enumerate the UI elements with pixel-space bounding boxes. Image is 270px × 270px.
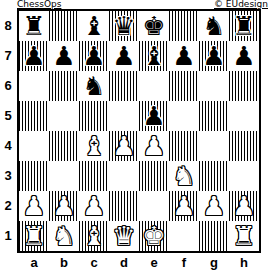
square-g7: ♟ [199,41,229,71]
square-f6 [169,71,199,101]
header: ChessOps © EUdesign [17,0,268,9]
file-label-a: a [19,256,49,270]
square-f8 [169,11,199,41]
square-h1: ♜ [229,221,259,251]
square-e5: ♟ [139,101,169,131]
chess-board: ♜♝♛♚♞♜♟♟♟♟♝♟♟♟♞♟♝♟♟♞♟♟♟♟♟♟♜♞♝♛♚♜ [17,9,261,253]
rank-label-7: 7 [0,41,16,71]
square-a6 [19,71,49,101]
piece-black-knight-c6: ♞ [79,71,109,101]
piece-white-knight-f3: ♞ [169,161,199,191]
square-d5 [109,101,139,131]
square-h8: ♜ [229,11,259,41]
square-b6 [49,71,79,101]
eudesign-credit-link[interactable]: © EUdesign [214,0,268,9]
square-a3 [19,161,49,191]
file-label-h: h [229,256,259,270]
square-d2 [109,191,139,221]
square-g1 [199,221,229,251]
piece-black-pawn-h7: ♟ [229,41,259,71]
square-f3: ♞ [169,161,199,191]
square-c8: ♝ [79,11,109,41]
piece-white-queen-d1: ♛ [109,221,139,251]
square-d6 [109,71,139,101]
square-e1: ♚ [139,221,169,251]
square-d8: ♛ [109,11,139,41]
square-c5 [79,101,109,131]
square-g4 [199,131,229,161]
piece-white-pawn-f2: ♟ [169,191,199,221]
piece-black-bishop-e7: ♝ [139,41,169,71]
square-c1: ♝ [79,221,109,251]
piece-black-king-e8: ♚ [139,11,169,41]
square-a1: ♜ [19,221,49,251]
piece-black-queen-d8: ♛ [109,11,139,41]
square-b4 [49,131,79,161]
square-f1 [169,221,199,251]
square-b7: ♟ [49,41,79,71]
piece-black-bishop-c8: ♝ [79,11,109,41]
square-c6: ♞ [79,71,109,101]
piece-white-king-e1: ♚ [139,221,169,251]
rank-label-4: 4 [0,131,16,161]
square-a7: ♟ [19,41,49,71]
square-g3 [199,161,229,191]
file-label-c: c [79,256,109,270]
file-labels: abcdefgh [19,256,259,270]
square-e7: ♝ [139,41,169,71]
square-e2 [139,191,169,221]
square-h7: ♟ [229,41,259,71]
rank-label-2: 2 [0,191,16,221]
square-a2: ♟ [19,191,49,221]
piece-black-pawn-d7: ♟ [109,41,139,71]
rank-label-1: 1 [0,221,16,251]
square-d3 [109,161,139,191]
square-h4 [229,131,259,161]
piece-black-pawn-e5: ♟ [139,101,169,131]
rank-label-5: 5 [0,101,16,131]
rank-labels: 87654321 [0,11,16,251]
square-g6 [199,71,229,101]
square-c7: ♟ [79,41,109,71]
piece-black-rook-a8: ♜ [19,11,49,41]
square-f4 [169,131,199,161]
square-e8: ♚ [139,11,169,41]
square-c4: ♝ [79,131,109,161]
file-label-f: f [169,256,199,270]
piece-white-pawn-a2: ♟ [19,191,49,221]
square-g8: ♞ [199,11,229,41]
square-h3 [229,161,259,191]
square-d4: ♟ [109,131,139,161]
piece-black-pawn-b7: ♟ [49,41,79,71]
square-b2: ♟ [49,191,79,221]
chessops-link[interactable]: ChessOps [17,0,61,9]
square-e4: ♟ [139,131,169,161]
square-h2: ♟ [229,191,259,221]
file-label-g: g [199,256,229,270]
file-label-b: b [49,256,79,270]
square-a5 [19,101,49,131]
piece-white-pawn-h2: ♟ [229,191,259,221]
square-f7: ♟ [169,41,199,71]
square-e3 [139,161,169,191]
square-c2: ♟ [79,191,109,221]
piece-black-rook-h8: ♜ [229,11,259,41]
rank-label-3: 3 [0,161,16,191]
piece-black-pawn-f7: ♟ [169,41,199,71]
piece-white-pawn-e4: ♟ [139,131,169,161]
piece-white-pawn-b2: ♟ [49,191,79,221]
file-label-e: e [139,256,169,270]
square-e6 [139,71,169,101]
square-d7: ♟ [109,41,139,71]
piece-white-pawn-d4: ♟ [109,131,139,161]
square-b3 [49,161,79,191]
square-c3 [79,161,109,191]
piece-white-pawn-c2: ♟ [79,191,109,221]
piece-black-knight-g8: ♞ [199,11,229,41]
piece-white-bishop-c1: ♝ [79,221,109,251]
square-b1: ♞ [49,221,79,251]
piece-black-pawn-c7: ♟ [79,41,109,71]
piece-white-knight-b1: ♞ [49,221,79,251]
piece-white-rook-a1: ♜ [19,221,49,251]
square-f5 [169,101,199,131]
chessops-diagram: ChessOps © EUdesign 87654321 ♜♝♛♚♞♜♟♟♟♟♝… [0,0,270,270]
square-f2: ♟ [169,191,199,221]
square-a8: ♜ [19,11,49,41]
rank-label-8: 8 [0,11,16,41]
file-label-d: d [109,256,139,270]
square-b8 [49,11,79,41]
piece-black-pawn-g7: ♟ [199,41,229,71]
square-g5 [199,101,229,131]
piece-white-rook-h1: ♜ [229,221,259,251]
piece-black-pawn-a7: ♟ [19,41,49,71]
piece-white-pawn-g2: ♟ [199,191,229,221]
square-g2: ♟ [199,191,229,221]
square-a4 [19,131,49,161]
square-d1: ♛ [109,221,139,251]
rank-label-6: 6 [0,71,16,101]
square-h6 [229,71,259,101]
square-h5 [229,101,259,131]
piece-white-bishop-c4: ♝ [79,131,109,161]
square-b5 [49,101,79,131]
